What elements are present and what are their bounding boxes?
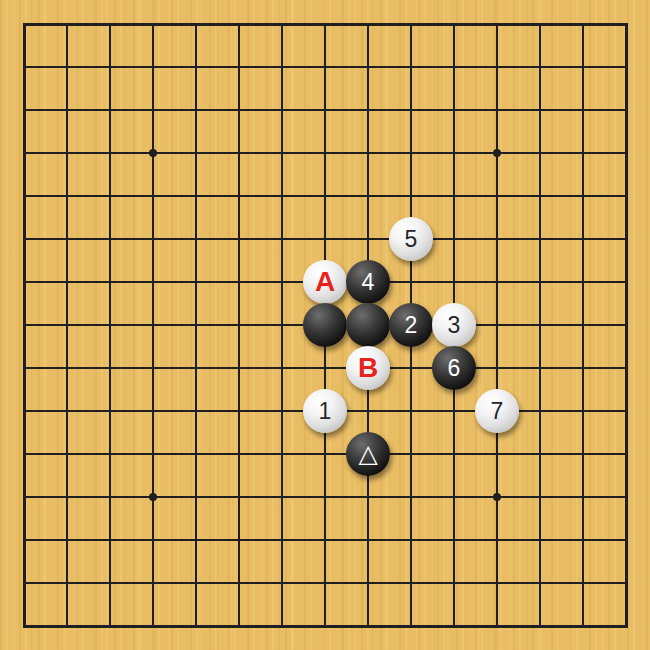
intersection-11-3[interactable]	[433, 89, 476, 132]
intersection-5-1[interactable]	[175, 3, 218, 46]
intersection-9-11[interactable]: △	[347, 433, 390, 476]
intersection-12-7[interactable]	[476, 261, 519, 304]
intersection-11-8[interactable]: 3	[433, 304, 476, 347]
intersection-8-11[interactable]	[304, 433, 347, 476]
white-stone-5[interactable]: 5	[389, 217, 433, 261]
intersection-6-13[interactable]	[218, 519, 261, 562]
intersection-14-15[interactable]	[562, 605, 605, 648]
intersection-7-9[interactable]	[261, 347, 304, 390]
intersection-7-7[interactable]	[261, 261, 304, 304]
intersection-11-1[interactable]	[433, 3, 476, 46]
intersection-9-15[interactable]	[347, 605, 390, 648]
stone-label: 4	[362, 271, 375, 294]
stone-label: 3	[448, 314, 461, 337]
intersection-15-3[interactable]	[605, 89, 648, 132]
intersection-9-7[interactable]: 4	[347, 261, 390, 304]
intersection-2-2[interactable]	[46, 46, 89, 89]
intersection-11-14[interactable]	[433, 562, 476, 605]
intersection-13-8[interactable]	[519, 304, 562, 347]
intersection-11-13[interactable]	[433, 519, 476, 562]
intersection-13-3[interactable]	[519, 89, 562, 132]
intersection-5-8[interactable]	[175, 304, 218, 347]
intersection-11-4[interactable]	[433, 132, 476, 175]
intersection-4-1[interactable]	[132, 3, 175, 46]
intersection-12-9[interactable]	[476, 347, 519, 390]
intersection-6-6[interactable]	[218, 218, 261, 261]
intersection-14-12[interactable]	[562, 476, 605, 519]
intersection-5-4[interactable]	[175, 132, 218, 175]
intersection-7-10[interactable]	[261, 390, 304, 433]
intersection-3-12[interactable]	[89, 476, 132, 519]
white-stone-7[interactable]: 7	[475, 389, 519, 433]
intersection-11-7[interactable]	[433, 261, 476, 304]
intersection-8-7[interactable]: A	[304, 261, 347, 304]
intersection-4-15[interactable]	[132, 605, 175, 648]
black-stone[interactable]	[303, 303, 347, 347]
intersection-11-10[interactable]	[433, 390, 476, 433]
intersection-13-12[interactable]	[519, 476, 562, 519]
intersection-2-14[interactable]	[46, 562, 89, 605]
intersection-7-3[interactable]	[261, 89, 304, 132]
intersection-10-9[interactable]	[390, 347, 433, 390]
intersection-3-5[interactable]	[89, 175, 132, 218]
black-stone-triangle-marked[interactable]: △	[346, 432, 390, 476]
intersection-6-3[interactable]	[218, 89, 261, 132]
intersection-9-6[interactable]	[347, 218, 390, 261]
intersection-11-6[interactable]	[433, 218, 476, 261]
intersection-4-3[interactable]	[132, 89, 175, 132]
intersection-2-4[interactable]	[46, 132, 89, 175]
intersection-9-4[interactable]	[347, 132, 390, 175]
intersection-4-5[interactable]	[132, 175, 175, 218]
intersection-3-7[interactable]	[89, 261, 132, 304]
intersection-14-10[interactable]	[562, 390, 605, 433]
intersection-1-5[interactable]	[3, 175, 46, 218]
intersection-6-11[interactable]	[218, 433, 261, 476]
intersection-5-14[interactable]	[175, 562, 218, 605]
intersection-2-6[interactable]	[46, 218, 89, 261]
intersection-2-12[interactable]	[46, 476, 89, 519]
intersection-5-10[interactable]	[175, 390, 218, 433]
intersection-15-14[interactable]	[605, 562, 648, 605]
board-grid[interactable]: 5A423B617△	[3, 3, 648, 648]
intersection-6-5[interactable]	[218, 175, 261, 218]
intersection-14-9[interactable]	[562, 347, 605, 390]
intersection-12-12[interactable]	[476, 476, 519, 519]
intersection-11-5[interactable]	[433, 175, 476, 218]
intersection-10-1[interactable]	[390, 3, 433, 46]
intersection-1-4[interactable]	[3, 132, 46, 175]
intersection-1-13[interactable]	[3, 519, 46, 562]
intersection-4-2[interactable]	[132, 46, 175, 89]
intersection-7-14[interactable]	[261, 562, 304, 605]
intersection-5-3[interactable]	[175, 89, 218, 132]
intersection-9-3[interactable]	[347, 89, 390, 132]
intersection-14-11[interactable]	[562, 433, 605, 476]
intersection-1-1[interactable]	[3, 3, 46, 46]
intersection-6-12[interactable]	[218, 476, 261, 519]
intersection-8-8[interactable]	[304, 304, 347, 347]
intersection-5-6[interactable]	[175, 218, 218, 261]
intersection-15-6[interactable]	[605, 218, 648, 261]
intersection-1-3[interactable]	[3, 89, 46, 132]
intersection-3-9[interactable]	[89, 347, 132, 390]
intersection-7-1[interactable]	[261, 3, 304, 46]
intersection-13-9[interactable]	[519, 347, 562, 390]
intersection-6-10[interactable]	[218, 390, 261, 433]
go-board: 5A423B617△	[0, 0, 650, 650]
intersection-9-13[interactable]	[347, 519, 390, 562]
intersection-3-15[interactable]	[89, 605, 132, 648]
intersection-7-12[interactable]	[261, 476, 304, 519]
intersection-13-4[interactable]	[519, 132, 562, 175]
intersection-15-4[interactable]	[605, 132, 648, 175]
intersection-14-1[interactable]	[562, 3, 605, 46]
intersection-3-14[interactable]	[89, 562, 132, 605]
intersection-10-15[interactable]	[390, 605, 433, 648]
intersection-10-10[interactable]	[390, 390, 433, 433]
intersection-9-5[interactable]	[347, 175, 390, 218]
intersection-7-4[interactable]	[261, 132, 304, 175]
intersection-14-2[interactable]	[562, 46, 605, 89]
intersection-4-9[interactable]	[132, 347, 175, 390]
stone-label: 7	[491, 400, 504, 423]
intersection-8-2[interactable]	[304, 46, 347, 89]
intersection-3-4[interactable]	[89, 132, 132, 175]
intersection-15-15[interactable]	[605, 605, 648, 648]
intersection-9-14[interactable]	[347, 562, 390, 605]
intersection-13-2[interactable]	[519, 46, 562, 89]
intersection-14-4[interactable]	[562, 132, 605, 175]
intersection-8-15[interactable]	[304, 605, 347, 648]
intersection-13-11[interactable]	[519, 433, 562, 476]
intersection-4-6[interactable]	[132, 218, 175, 261]
intersection-10-11[interactable]	[390, 433, 433, 476]
intersection-12-13[interactable]	[476, 519, 519, 562]
intersection-4-13[interactable]	[132, 519, 175, 562]
intersection-2-3[interactable]	[46, 89, 89, 132]
intersection-13-5[interactable]	[519, 175, 562, 218]
stone-label: B	[358, 354, 378, 382]
intersection-3-6[interactable]	[89, 218, 132, 261]
intersection-7-13[interactable]	[261, 519, 304, 562]
intersection-10-4[interactable]	[390, 132, 433, 175]
intersection-2-9[interactable]	[46, 347, 89, 390]
intersection-2-7[interactable]	[46, 261, 89, 304]
intersection-5-7[interactable]	[175, 261, 218, 304]
intersection-3-8[interactable]	[89, 304, 132, 347]
intersection-5-12[interactable]	[175, 476, 218, 519]
intersection-12-1[interactable]	[476, 3, 519, 46]
intersection-2-1[interactable]	[46, 3, 89, 46]
intersection-1-10[interactable]	[3, 390, 46, 433]
intersection-2-11[interactable]	[46, 433, 89, 476]
intersection-6-8[interactable]	[218, 304, 261, 347]
intersection-9-8[interactable]	[347, 304, 390, 347]
intersection-5-2[interactable]	[175, 46, 218, 89]
intersection-8-10[interactable]: 1	[304, 390, 347, 433]
intersection-12-3[interactable]	[476, 89, 519, 132]
intersection-3-2[interactable]	[89, 46, 132, 89]
intersection-14-14[interactable]	[562, 562, 605, 605]
intersection-2-8[interactable]	[46, 304, 89, 347]
intersection-6-14[interactable]	[218, 562, 261, 605]
intersection-15-2[interactable]	[605, 46, 648, 89]
intersection-2-10[interactable]	[46, 390, 89, 433]
intersection-8-14[interactable]	[304, 562, 347, 605]
triangle-marker: △	[358, 441, 377, 466]
intersection-7-5[interactable]	[261, 175, 304, 218]
intersection-6-9[interactable]	[218, 347, 261, 390]
stone-label: 2	[405, 314, 418, 337]
intersection-12-2[interactable]	[476, 46, 519, 89]
intersection-12-5[interactable]	[476, 175, 519, 218]
intersection-3-10[interactable]	[89, 390, 132, 433]
intersection-4-8[interactable]	[132, 304, 175, 347]
intersection-1-12[interactable]	[3, 476, 46, 519]
intersection-7-15[interactable]	[261, 605, 304, 648]
intersection-10-5[interactable]	[390, 175, 433, 218]
intersection-15-1[interactable]	[605, 3, 648, 46]
intersection-15-10[interactable]	[605, 390, 648, 433]
intersection-10-2[interactable]	[390, 46, 433, 89]
intersection-8-12[interactable]	[304, 476, 347, 519]
stone-label: A	[315, 268, 335, 296]
intersection-10-8[interactable]: 2	[390, 304, 433, 347]
intersection-7-2[interactable]	[261, 46, 304, 89]
intersection-1-7[interactable]	[3, 261, 46, 304]
white-stone-3[interactable]: 3	[432, 303, 476, 347]
intersection-9-2[interactable]	[347, 46, 390, 89]
black-stone[interactable]	[346, 303, 390, 347]
intersection-4-10[interactable]	[132, 390, 175, 433]
intersection-12-15[interactable]	[476, 605, 519, 648]
intersection-10-7[interactable]	[390, 261, 433, 304]
white-stone-1[interactable]: 1	[303, 389, 347, 433]
intersection-2-5[interactable]	[46, 175, 89, 218]
intersection-7-8[interactable]	[261, 304, 304, 347]
intersection-4-4[interactable]	[132, 132, 175, 175]
intersection-14-8[interactable]	[562, 304, 605, 347]
intersection-8-6[interactable]	[304, 218, 347, 261]
white-stone-A[interactable]: A	[303, 260, 347, 304]
intersection-12-8[interactable]	[476, 304, 519, 347]
intersection-11-11[interactable]	[433, 433, 476, 476]
intersection-1-9[interactable]	[3, 347, 46, 390]
intersection-10-14[interactable]	[390, 562, 433, 605]
intersection-8-3[interactable]	[304, 89, 347, 132]
stone-label: 5	[405, 228, 418, 251]
intersection-4-12[interactable]	[132, 476, 175, 519]
intersection-14-3[interactable]	[562, 89, 605, 132]
black-stone-4[interactable]: 4	[346, 260, 390, 304]
intersection-14-13[interactable]	[562, 519, 605, 562]
intersection-11-2[interactable]	[433, 46, 476, 89]
intersection-13-10[interactable]	[519, 390, 562, 433]
intersection-8-1[interactable]	[304, 3, 347, 46]
intersection-6-1[interactable]	[218, 3, 261, 46]
intersection-7-6[interactable]	[261, 218, 304, 261]
intersection-5-13[interactable]	[175, 519, 218, 562]
intersection-15-7[interactable]	[605, 261, 648, 304]
intersection-9-12[interactable]	[347, 476, 390, 519]
intersection-7-11[interactable]	[261, 433, 304, 476]
intersection-15-5[interactable]	[605, 175, 648, 218]
stone-label: 1	[319, 400, 332, 423]
intersection-8-13[interactable]	[304, 519, 347, 562]
intersection-13-1[interactable]	[519, 3, 562, 46]
intersection-3-11[interactable]	[89, 433, 132, 476]
intersection-8-4[interactable]	[304, 132, 347, 175]
intersection-3-1[interactable]	[89, 3, 132, 46]
intersection-12-11[interactable]	[476, 433, 519, 476]
intersection-2-15[interactable]	[46, 605, 89, 648]
intersection-6-2[interactable]	[218, 46, 261, 89]
intersection-4-14[interactable]	[132, 562, 175, 605]
intersection-9-9[interactable]: B	[347, 347, 390, 390]
intersection-5-11[interactable]	[175, 433, 218, 476]
white-stone-B[interactable]: B	[346, 346, 390, 390]
intersection-8-9[interactable]	[304, 347, 347, 390]
black-stone-2[interactable]: 2	[389, 303, 433, 347]
intersection-11-12[interactable]	[433, 476, 476, 519]
intersection-12-10[interactable]: 7	[476, 390, 519, 433]
intersection-12-14[interactable]	[476, 562, 519, 605]
intersection-15-9[interactable]	[605, 347, 648, 390]
intersection-6-7[interactable]	[218, 261, 261, 304]
intersection-15-8[interactable]	[605, 304, 648, 347]
intersection-1-6[interactable]	[3, 218, 46, 261]
intersection-14-6[interactable]	[562, 218, 605, 261]
intersection-11-9[interactable]: 6	[433, 347, 476, 390]
intersection-13-7[interactable]	[519, 261, 562, 304]
intersection-9-10[interactable]	[347, 390, 390, 433]
intersection-4-11[interactable]	[132, 433, 175, 476]
intersection-10-12[interactable]	[390, 476, 433, 519]
intersection-15-13[interactable]	[605, 519, 648, 562]
intersection-5-15[interactable]	[175, 605, 218, 648]
intersection-15-12[interactable]	[605, 476, 648, 519]
stone-label: 6	[448, 357, 461, 380]
intersection-9-1[interactable]	[347, 3, 390, 46]
intersection-4-7[interactable]	[132, 261, 175, 304]
intersection-1-15[interactable]	[3, 605, 46, 648]
intersection-13-6[interactable]	[519, 218, 562, 261]
intersection-13-13[interactable]	[519, 519, 562, 562]
intersection-14-7[interactable]	[562, 261, 605, 304]
intersection-12-4[interactable]	[476, 132, 519, 175]
intersection-12-6[interactable]	[476, 218, 519, 261]
intersection-13-15[interactable]	[519, 605, 562, 648]
intersection-10-3[interactable]	[390, 89, 433, 132]
intersection-10-6[interactable]: 5	[390, 218, 433, 261]
intersection-1-14[interactable]	[3, 562, 46, 605]
intersection-15-11[interactable]	[605, 433, 648, 476]
intersection-5-9[interactable]	[175, 347, 218, 390]
intersection-13-14[interactable]	[519, 562, 562, 605]
intersection-3-3[interactable]	[89, 89, 132, 132]
intersection-1-11[interactable]	[3, 433, 46, 476]
intersection-10-13[interactable]	[390, 519, 433, 562]
intersection-1-8[interactable]	[3, 304, 46, 347]
intersection-14-5[interactable]	[562, 175, 605, 218]
intersection-11-15[interactable]	[433, 605, 476, 648]
intersection-5-5[interactable]	[175, 175, 218, 218]
intersection-3-13[interactable]	[89, 519, 132, 562]
intersection-1-2[interactable]	[3, 46, 46, 89]
black-stone-6[interactable]: 6	[432, 346, 476, 390]
intersection-6-4[interactable]	[218, 132, 261, 175]
intersection-6-15[interactable]	[218, 605, 261, 648]
intersection-8-5[interactable]	[304, 175, 347, 218]
intersection-2-13[interactable]	[46, 519, 89, 562]
